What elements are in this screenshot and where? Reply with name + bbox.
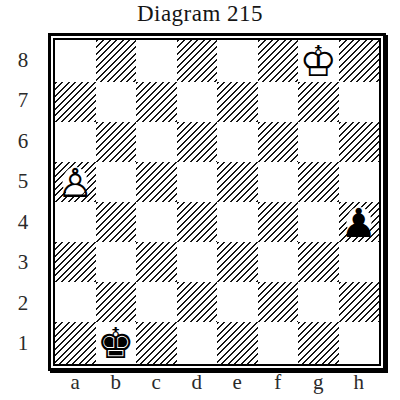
rank-labels: 87654321 <box>10 40 36 364</box>
square-d3[interactable] <box>177 242 218 282</box>
square-a6[interactable] <box>55 122 96 162</box>
square-f8[interactable] <box>258 40 299 82</box>
white-king-icon: ♔ <box>299 41 337 83</box>
rank-label-5: 5 <box>10 162 36 203</box>
chess-diagram-page: Diagram 215 ♔♙♟♚ 87654321 abcdefgh <box>0 0 400 400</box>
square-d6[interactable] <box>177 122 218 162</box>
square-a2[interactable] <box>55 282 96 322</box>
black-pawn-icon: ♟ <box>341 203 377 243</box>
square-h6[interactable] <box>339 122 380 162</box>
rank-label-4: 4 <box>10 202 36 243</box>
square-b3[interactable] <box>96 242 137 282</box>
square-f5[interactable] <box>258 162 299 202</box>
square-c4[interactable] <box>136 202 177 242</box>
square-e4[interactable] <box>217 202 258 242</box>
square-d7[interactable] <box>177 82 218 122</box>
square-h2[interactable] <box>339 282 380 322</box>
square-d4[interactable] <box>177 202 218 242</box>
square-f7[interactable] <box>258 82 299 122</box>
square-d8[interactable] <box>177 40 218 82</box>
square-f2[interactable] <box>258 282 299 322</box>
white-king[interactable]: ♔ <box>298 40 339 82</box>
square-a1[interactable] <box>55 322 96 364</box>
rank-label-6: 6 <box>10 121 36 162</box>
page-title: Diagram 215 <box>0 1 400 27</box>
square-b2[interactable] <box>96 282 137 322</box>
square-c6[interactable] <box>136 122 177 162</box>
square-d1[interactable] <box>177 322 218 364</box>
file-label-h: h <box>339 369 380 396</box>
rank-label-3: 3 <box>10 243 36 284</box>
square-a4[interactable] <box>55 202 96 242</box>
rank-label-1: 1 <box>10 324 36 365</box>
square-g2[interactable] <box>298 282 339 322</box>
square-d5[interactable] <box>177 162 218 202</box>
square-h7[interactable] <box>339 82 380 122</box>
square-a3[interactable] <box>55 242 96 282</box>
rank-label-8: 8 <box>10 40 36 81</box>
square-e3[interactable] <box>217 242 258 282</box>
square-b5[interactable] <box>96 162 137 202</box>
square-d2[interactable] <box>177 282 218 322</box>
square-f3[interactable] <box>258 242 299 282</box>
square-b4[interactable] <box>96 202 137 242</box>
board-grid: ♔♙♟♚ <box>53 38 381 366</box>
square-h8[interactable] <box>339 40 380 82</box>
square-e1[interactable] <box>217 322 258 364</box>
square-b1[interactable]: ♚ <box>96 322 137 364</box>
square-f6[interactable] <box>258 122 299 162</box>
square-g8[interactable]: ♔ <box>298 40 339 82</box>
square-h4[interactable]: ♟ <box>339 202 380 242</box>
file-label-f: f <box>258 369 299 396</box>
square-h5[interactable] <box>339 162 380 202</box>
square-c7[interactable] <box>136 82 177 122</box>
square-e2[interactable] <box>217 282 258 322</box>
black-king[interactable]: ♚ <box>96 322 137 364</box>
square-a8[interactable] <box>55 40 96 82</box>
file-label-e: e <box>217 369 258 396</box>
square-e8[interactable] <box>217 40 258 82</box>
square-g6[interactable] <box>298 122 339 162</box>
white-pawn-icon: ♙ <box>57 163 93 203</box>
square-a5[interactable]: ♙ <box>55 162 96 202</box>
square-c2[interactable] <box>136 282 177 322</box>
file-label-d: d <box>177 369 218 396</box>
square-h3[interactable] <box>339 242 380 282</box>
square-e6[interactable] <box>217 122 258 162</box>
rank-label-7: 7 <box>10 81 36 122</box>
white-pawn[interactable]: ♙ <box>55 162 96 202</box>
rank-label-2: 2 <box>10 283 36 324</box>
square-a7[interactable] <box>55 82 96 122</box>
file-label-b: b <box>96 369 137 396</box>
file-label-a: a <box>55 369 96 396</box>
chess-board: ♔♙♟♚ <box>48 33 386 371</box>
square-b7[interactable] <box>96 82 137 122</box>
square-g4[interactable] <box>298 202 339 242</box>
black-pawn[interactable]: ♟ <box>339 202 380 242</box>
file-labels: abcdefgh <box>55 369 379 396</box>
square-e7[interactable] <box>217 82 258 122</box>
black-king-icon: ♚ <box>97 323 135 365</box>
square-c8[interactable] <box>136 40 177 82</box>
square-b8[interactable] <box>96 40 137 82</box>
square-b6[interactable] <box>96 122 137 162</box>
square-c3[interactable] <box>136 242 177 282</box>
square-c1[interactable] <box>136 322 177 364</box>
square-g5[interactable] <box>298 162 339 202</box>
file-label-g: g <box>298 369 339 396</box>
square-g7[interactable] <box>298 82 339 122</box>
square-c5[interactable] <box>136 162 177 202</box>
square-h1[interactable] <box>339 322 380 364</box>
square-f4[interactable] <box>258 202 299 242</box>
square-f1[interactable] <box>258 322 299 364</box>
square-e5[interactable] <box>217 162 258 202</box>
file-label-c: c <box>136 369 177 396</box>
square-g3[interactable] <box>298 242 339 282</box>
square-g1[interactable] <box>298 322 339 364</box>
